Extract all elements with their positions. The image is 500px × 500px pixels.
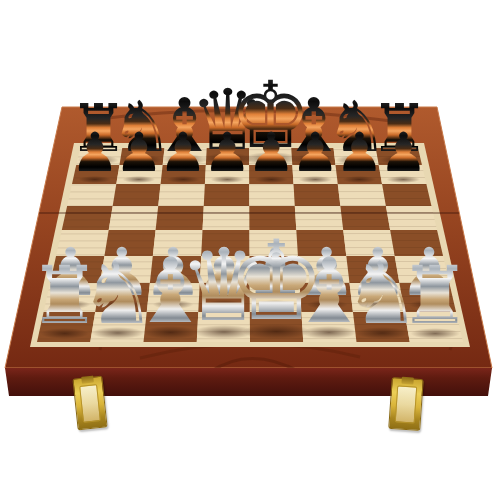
chess-board <box>0 0 500 500</box>
clasp-inner-panel <box>395 385 418 423</box>
clasp-inner-panel <box>79 384 101 423</box>
gold-clasp-right <box>388 377 424 431</box>
chess-set-photo: ♜♞♝♛♚♝♞♜♟♟♟♟♟♟♟♟♟♟♟♟♟♟♟♟♜♞♝♛♚♝♞♜ <box>0 0 500 500</box>
clasp-hinge-pin <box>81 376 94 384</box>
clasp-hinge-pin <box>401 377 413 385</box>
gold-clasp-left <box>72 376 107 431</box>
